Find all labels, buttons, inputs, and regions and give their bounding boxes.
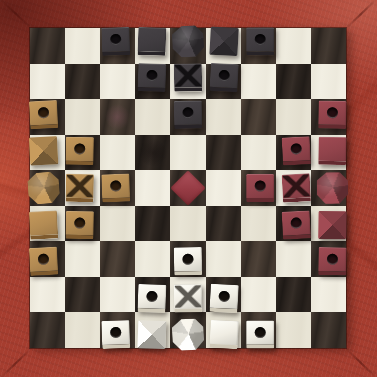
frame-miter-top-right	[345, 0, 377, 29]
tan-pawn-hole-cube[interactable]	[101, 174, 130, 203]
square-r2c3[interactable]	[100, 64, 135, 100]
drilled-hole	[291, 217, 303, 229]
square-r9c8[interactable]	[276, 312, 311, 348]
square-r7c2[interactable]	[65, 241, 100, 277]
board-photo	[0, 0, 377, 377]
square-r3c3[interactable]	[100, 99, 135, 135]
square-r9c6[interactable]	[206, 312, 241, 348]
square-r8c5[interactable]	[170, 277, 205, 313]
black-pawn-hole-cube[interactable]	[101, 27, 130, 56]
tan-pyramid[interactable]	[28, 137, 57, 166]
drilled-hole	[146, 70, 157, 81]
square-r1c4[interactable]	[135, 28, 170, 64]
square-r2c4[interactable]	[135, 64, 170, 100]
red-pawn-hole-cube[interactable]	[282, 210, 311, 239]
drilled-hole	[74, 144, 85, 155]
square-r6c4[interactable]	[135, 206, 170, 242]
square-r5c4[interactable]	[135, 170, 170, 206]
square-r9c5[interactable]	[170, 312, 205, 348]
carved-x-mark	[175, 65, 201, 87]
drilled-hole	[219, 70, 231, 82]
square-r7c3[interactable]	[100, 241, 135, 277]
square-r1c6[interactable]	[206, 28, 241, 64]
drilled-hole	[255, 34, 266, 45]
drilled-hole	[74, 217, 85, 228]
tan-pawn-hole-cube[interactable]	[28, 100, 57, 129]
square-r1c2[interactable]	[65, 28, 100, 64]
white-pawn-hole-cube[interactable]	[101, 320, 130, 349]
square-r7c4[interactable]	[135, 241, 170, 277]
square-r4c3[interactable]	[100, 135, 135, 171]
drilled-hole	[327, 107, 338, 118]
square-r1c7[interactable]	[241, 28, 276, 64]
red-pawn-hole-cube[interactable]	[282, 137, 311, 166]
square-r3c5[interactable]	[170, 99, 205, 135]
drilled-hole	[219, 290, 231, 302]
tan-king[interactable]	[26, 171, 60, 205]
square-r5c5[interactable]	[170, 170, 205, 206]
black-pawn-hole-cube[interactable]	[209, 63, 238, 92]
square-r3c9[interactable]	[311, 99, 346, 135]
square-r2c8[interactable]	[276, 64, 311, 100]
square-r2c5[interactable]	[170, 64, 205, 100]
drilled-hole	[146, 290, 157, 301]
black-x-cube[interactable]	[174, 64, 202, 92]
square-r4c5[interactable]	[170, 135, 205, 171]
square-r2c9[interactable]	[311, 64, 346, 100]
white-pyramid[interactable]	[137, 320, 166, 349]
drilled-hole	[291, 144, 303, 156]
white-pawn-hole-cube[interactable]	[246, 321, 274, 349]
white-x-cube[interactable]	[174, 284, 202, 312]
red-pawn-hole-cube[interactable]	[246, 174, 274, 202]
square-r5c9[interactable]	[311, 170, 346, 206]
black-pawn-hole-cube[interactable]	[246, 27, 274, 55]
frame-miter-bottom-right	[345, 348, 377, 377]
frame-miter-top-left	[0, 0, 32, 29]
square-r3c7[interactable]	[241, 99, 276, 135]
wood-grain-blob	[139, 138, 167, 166]
drilled-hole	[110, 327, 121, 338]
square-r5c6[interactable]	[206, 170, 241, 206]
square-r9c4[interactable]	[135, 312, 170, 348]
black-pawn-hole-cube[interactable]	[174, 100, 202, 128]
red-pawn-hole-cube[interactable]	[319, 247, 347, 275]
square-r8c8[interactable]	[276, 277, 311, 313]
square-r5c3[interactable]	[100, 170, 135, 206]
square-r3c6[interactable]	[206, 99, 241, 135]
drilled-hole	[255, 180, 266, 191]
square-r9c9[interactable]	[311, 312, 346, 348]
square-r9c7[interactable]	[241, 312, 276, 348]
square-r9c1[interactable]	[30, 312, 65, 348]
square-r7c8[interactable]	[276, 241, 311, 277]
white-pawn-hole-cube[interactable]	[174, 247, 202, 275]
square-r7c7[interactable]	[241, 241, 276, 277]
white-king[interactable]	[172, 319, 205, 352]
tan-pawn-hole-cube[interactable]	[65, 137, 93, 165]
drilled-hole	[182, 107, 193, 118]
square-r3c4[interactable]	[135, 99, 170, 135]
square-r5c8[interactable]	[276, 170, 311, 206]
black-plain-cube[interactable]	[137, 27, 166, 56]
square-r6c2[interactable]	[65, 206, 100, 242]
game-board	[30, 28, 346, 348]
square-r8c7[interactable]	[241, 277, 276, 313]
tan-pawn-hole-cube[interactable]	[65, 210, 93, 238]
square-r8c2[interactable]	[65, 277, 100, 313]
square-r1c9[interactable]	[311, 28, 346, 64]
tan-plain-cube[interactable]	[28, 210, 57, 239]
square-r5c1[interactable]	[30, 170, 65, 206]
square-r8c4[interactable]	[135, 277, 170, 313]
square-r7c1[interactable]	[30, 241, 65, 277]
square-r8c6[interactable]	[206, 277, 241, 313]
square-r2c2[interactable]	[65, 64, 100, 100]
square-r8c9[interactable]	[311, 277, 346, 313]
square-r9c2[interactable]	[65, 312, 100, 348]
square-r6c6[interactable]	[206, 206, 241, 242]
square-r3c8[interactable]	[276, 99, 311, 135]
square-r6c8[interactable]	[276, 206, 311, 242]
tan-x-cube[interactable]	[65, 174, 93, 202]
square-r7c9[interactable]	[311, 241, 346, 277]
square-r2c6[interactable]	[206, 64, 241, 100]
square-r7c5[interactable]	[170, 241, 205, 277]
square-r6c9[interactable]	[311, 206, 346, 242]
white-pawn-hole-cube[interactable]	[209, 283, 238, 312]
square-r1c1[interactable]	[30, 28, 65, 64]
tan-pawn-hole-cube[interactable]	[28, 247, 57, 276]
black-king[interactable]	[172, 25, 205, 58]
square-r6c1[interactable]	[30, 206, 65, 242]
drilled-hole	[182, 254, 193, 265]
white-pawn-hole-cube[interactable]	[137, 284, 166, 313]
square-r4c6[interactable]	[206, 135, 241, 171]
square-r4c2[interactable]	[65, 135, 100, 171]
square-r3c2[interactable]	[65, 99, 100, 135]
drilled-hole	[37, 254, 49, 266]
drilled-hole	[110, 33, 121, 44]
square-r8c3[interactable]	[100, 277, 135, 313]
square-r3c1[interactable]	[30, 99, 65, 135]
drilled-hole	[110, 180, 121, 191]
red-pyramid[interactable]	[319, 210, 347, 238]
carved-x-mark	[175, 285, 201, 307]
square-r4c8[interactable]	[276, 135, 311, 171]
red-king[interactable]	[317, 172, 350, 205]
square-r2c1[interactable]	[30, 64, 65, 100]
square-r5c2[interactable]	[65, 170, 100, 206]
drilled-hole	[37, 107, 49, 119]
square-r1c8[interactable]	[276, 28, 311, 64]
square-r4c1[interactable]	[30, 135, 65, 171]
wood-grain-smudge	[105, 104, 130, 130]
red-x-cube[interactable]	[282, 173, 311, 202]
square-r6c5[interactable]	[170, 206, 205, 242]
white-plain-cube[interactable]	[209, 320, 238, 349]
square-r4c7[interactable]	[241, 135, 276, 171]
square-r6c3[interactable]	[100, 206, 135, 242]
center-diamond-marker	[170, 170, 205, 205]
square-r7c6[interactable]	[206, 241, 241, 277]
carved-x-mark	[66, 175, 92, 197]
square-r4c9[interactable]	[311, 135, 346, 171]
black-pawn-hole-cube[interactable]	[137, 63, 166, 92]
frame-miter-bottom-left	[0, 348, 32, 377]
square-r5c7[interactable]	[241, 170, 276, 206]
square-r9c3[interactable]	[100, 312, 135, 348]
square-r2c7[interactable]	[241, 64, 276, 100]
black-pyramid[interactable]	[209, 26, 238, 55]
square-r1c3[interactable]	[100, 28, 135, 64]
square-r8c1[interactable]	[30, 277, 65, 313]
red-pawn-hole-cube[interactable]	[319, 100, 347, 128]
square-r6c7[interactable]	[241, 206, 276, 242]
red-plain-cube[interactable]	[319, 137, 347, 165]
square-r1c5[interactable]	[170, 28, 205, 64]
drilled-hole	[327, 254, 338, 265]
carved-x-mark	[283, 174, 310, 197]
square-r4c4[interactable]	[135, 135, 170, 171]
drilled-hole	[255, 327, 266, 338]
